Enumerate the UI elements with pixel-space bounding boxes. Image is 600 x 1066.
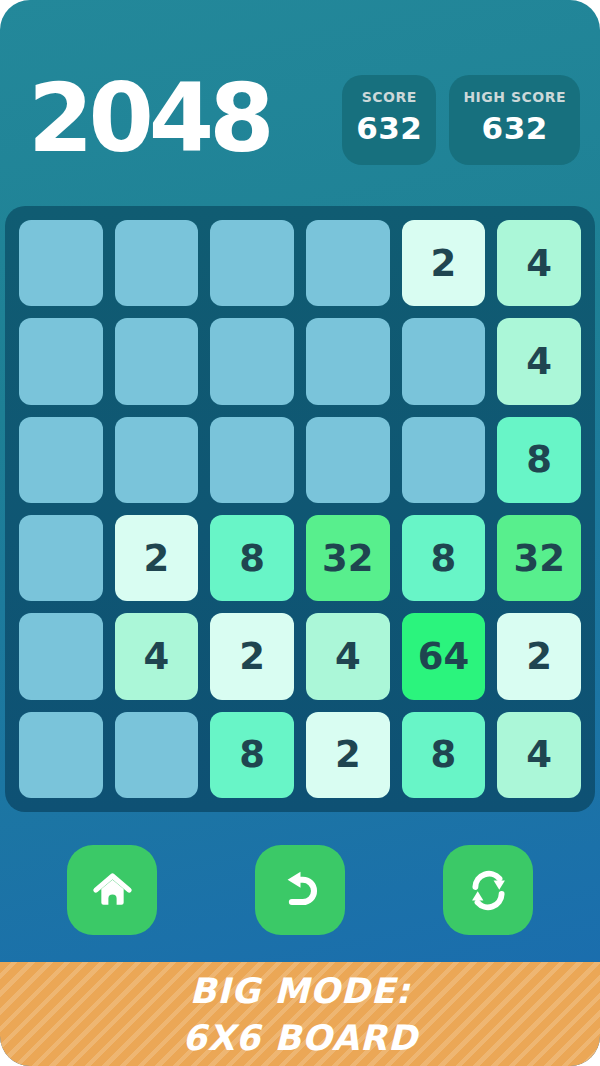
refresh-icon [465,867,512,914]
tile-4: 4 [497,318,581,404]
tile-4: 4 [497,220,581,306]
banner-line1: BIG MODE: [189,968,410,1015]
high-score-box: HIGH SCORE 632 [449,75,580,165]
tile-4: 4 [306,613,390,699]
empty-cell [115,417,199,503]
empty-cell [115,220,199,306]
banner-line2: 6X6 BOARD [182,1015,417,1062]
score-box: SCORE 632 [342,75,436,165]
tile-2: 2 [497,613,581,699]
control-bar [67,845,533,935]
empty-cell [402,318,486,404]
tile-2: 2 [306,712,390,798]
empty-cell [19,220,103,306]
empty-cell [210,220,294,306]
empty-cell [19,417,103,503]
tile-32: 32 [497,515,581,601]
empty-cell [306,417,390,503]
score-panel: SCORE 632 HIGH SCORE 632 [342,75,580,165]
home-icon [89,867,136,914]
high-score-label: HIGH SCORE [463,89,566,105]
high-score-value: 632 [482,110,548,146]
empty-cell [306,318,390,404]
app-window: 2048 SCORE 632 HIGH SCORE 632 2448283283… [0,0,600,1066]
tile-4: 4 [115,613,199,699]
home-button[interactable] [67,845,157,935]
tile-64: 64 [402,613,486,699]
restart-button[interactable] [443,845,533,935]
empty-cell [402,417,486,503]
empty-cell [210,318,294,404]
tile-8: 8 [210,515,294,601]
empty-cell [115,318,199,404]
tile-8: 8 [402,515,486,601]
empty-cell [210,417,294,503]
tile-2: 2 [210,613,294,699]
game-title: 2048 [28,72,270,166]
empty-cell [19,515,103,601]
tile-2: 2 [402,220,486,306]
tile-32: 32 [306,515,390,601]
tile-4: 4 [497,712,581,798]
tile-8: 8 [402,712,486,798]
tile-8: 8 [497,417,581,503]
tile-2: 2 [115,515,199,601]
mode-banner: BIG MODE: 6X6 BOARD [0,962,600,1066]
empty-cell [19,318,103,404]
empty-cell [19,712,103,798]
score-value: 632 [356,110,422,146]
empty-cell [19,613,103,699]
undo-icon [277,867,324,914]
undo-button[interactable] [255,845,345,935]
game-board[interactable]: 244828328324246428284 [5,206,595,812]
empty-cell [306,220,390,306]
empty-cell [115,712,199,798]
score-label: SCORE [362,89,417,105]
tile-8: 8 [210,712,294,798]
